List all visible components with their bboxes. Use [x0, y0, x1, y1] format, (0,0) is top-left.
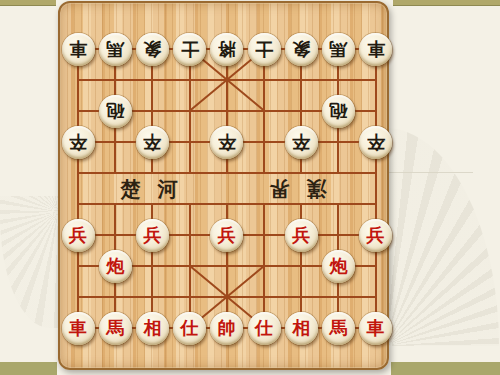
piece-glyph: 象: [292, 40, 310, 58]
top-border-bar-right: [393, 0, 500, 6]
piece-red-elephant[interactable]: 相: [136, 312, 169, 345]
piece-black-soldier[interactable]: 卒: [359, 126, 392, 159]
piece-glyph: 相: [143, 319, 161, 337]
piece-red-advisor[interactable]: 仕: [248, 312, 281, 345]
piece-red-horse[interactable]: 馬: [99, 312, 132, 345]
piece-red-chariot[interactable]: 車: [359, 312, 392, 345]
piece-glyph: 車: [367, 319, 385, 337]
piece-glyph: 仕: [255, 319, 273, 337]
piece-glyph: 兵: [69, 226, 87, 244]
background-fan-fold-line: [389, 172, 473, 173]
piece-glyph: 炮: [106, 257, 124, 275]
piece-black-cannon[interactable]: 砲: [322, 95, 355, 128]
piece-glyph: 車: [69, 319, 87, 337]
piece-glyph: 相: [292, 319, 310, 337]
piece-black-elephant[interactable]: 象: [136, 33, 169, 66]
piece-glyph: 車: [69, 40, 87, 58]
piece-glyph: 馬: [329, 40, 347, 58]
piece-glyph: 馬: [106, 319, 124, 337]
piece-red-elephant[interactable]: 相: [285, 312, 318, 345]
piece-black-soldier[interactable]: 卒: [210, 126, 243, 159]
bottom-border-bar-left: [0, 362, 57, 375]
piece-red-soldier[interactable]: 兵: [210, 219, 243, 252]
piece-glyph: 炮: [329, 257, 347, 275]
piece-glyph: 卒: [218, 133, 236, 151]
piece-glyph: 卒: [143, 133, 161, 151]
piece-glyph: 仕: [181, 319, 199, 337]
piece-glyph: 將: [218, 40, 236, 58]
piece-red-horse[interactable]: 馬: [322, 312, 355, 345]
slide-background: 楚河 漢界 車馬象士將士象馬車砲砲卒卒卒卒卒兵兵兵兵兵炮炮車馬相仕帥仕相馬車: [0, 0, 500, 375]
piece-red-soldier[interactable]: 兵: [136, 219, 169, 252]
piece-glyph: 卒: [292, 133, 310, 151]
piece-glyph: 卒: [367, 133, 385, 151]
piece-black-elephant[interactable]: 象: [285, 33, 318, 66]
piece-glyph: 砲: [329, 102, 347, 120]
piece-glyph: 兵: [292, 226, 310, 244]
piece-red-cannon[interactable]: 炮: [99, 250, 132, 283]
top-border-bar-left: [0, 0, 56, 6]
piece-black-soldier[interactable]: 卒: [136, 126, 169, 159]
piece-red-chariot[interactable]: 車: [62, 312, 95, 345]
bottom-border-bar-right: [391, 362, 500, 375]
piece-red-soldier[interactable]: 兵: [62, 219, 95, 252]
piece-black-advisor[interactable]: 士: [173, 33, 206, 66]
piece-black-chariot[interactable]: 車: [62, 33, 95, 66]
piece-glyph: 兵: [367, 226, 385, 244]
piece-black-cannon[interactable]: 砲: [99, 95, 132, 128]
xiangqi-board[interactable]: 楚河 漢界 車馬象士將士象馬車砲砲卒卒卒卒卒兵兵兵兵兵炮炮車馬相仕帥仕相馬車: [58, 1, 389, 370]
piece-black-soldier[interactable]: 卒: [285, 126, 318, 159]
background-fan-left: [0, 196, 58, 328]
piece-black-advisor[interactable]: 士: [248, 33, 281, 66]
piece-glyph: 帥: [218, 319, 236, 337]
piece-red-soldier[interactable]: 兵: [359, 219, 392, 252]
piece-glyph: 士: [255, 40, 273, 58]
piece-glyph: 卒: [69, 133, 87, 151]
piece-black-horse[interactable]: 馬: [99, 33, 132, 66]
piece-red-advisor[interactable]: 仕: [173, 312, 206, 345]
piece-glyph: 士: [181, 40, 199, 58]
piece-red-soldier[interactable]: 兵: [285, 219, 318, 252]
piece-glyph: 車: [367, 40, 385, 58]
piece-red-general[interactable]: 帥: [210, 312, 243, 345]
piece-black-chariot[interactable]: 車: [359, 33, 392, 66]
piece-layer: 車馬象士將士象馬車砲砲卒卒卒卒卒兵兵兵兵兵炮炮車馬相仕帥仕相馬車: [60, 3, 387, 368]
background-fan-right: [385, 128, 499, 346]
piece-glyph: 馬: [329, 319, 347, 337]
piece-glyph: 馬: [106, 40, 124, 58]
piece-glyph: 兵: [218, 226, 236, 244]
piece-glyph: 兵: [143, 226, 161, 244]
piece-black-general[interactable]: 將: [210, 33, 243, 66]
piece-black-horse[interactable]: 馬: [322, 33, 355, 66]
piece-glyph: 象: [143, 40, 161, 58]
piece-red-cannon[interactable]: 炮: [322, 250, 355, 283]
piece-glyph: 砲: [106, 102, 124, 120]
piece-black-soldier[interactable]: 卒: [62, 126, 95, 159]
